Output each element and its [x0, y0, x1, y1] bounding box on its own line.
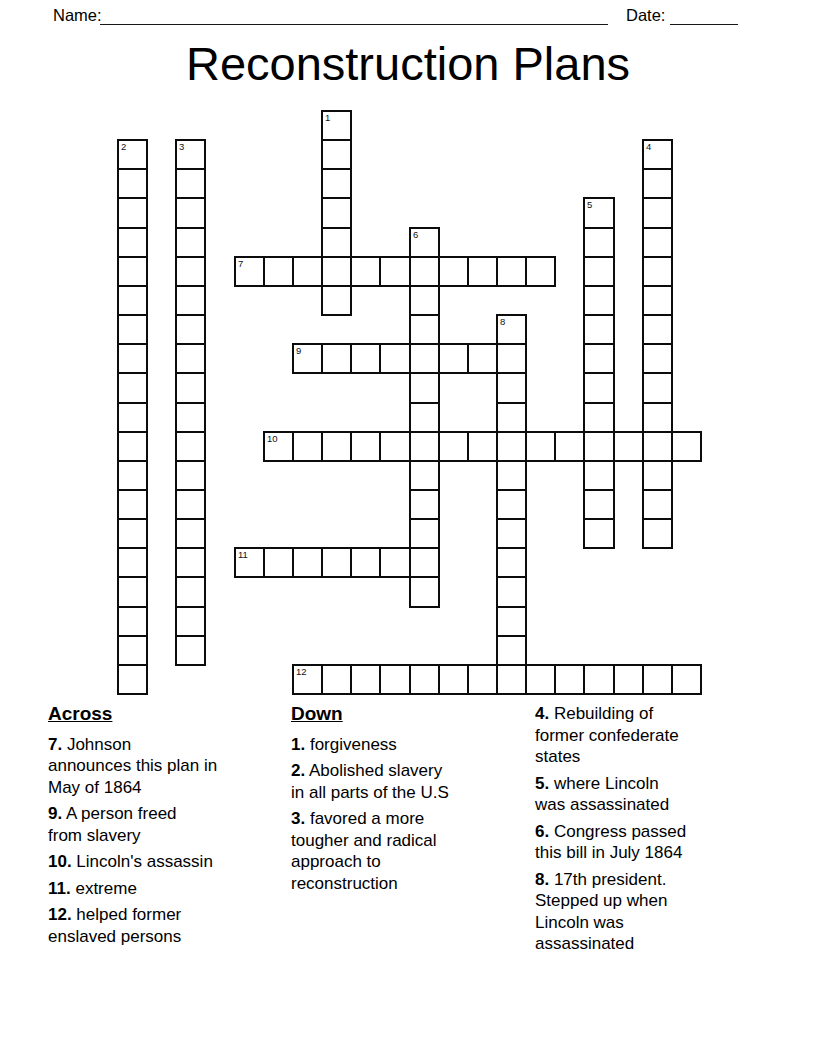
grid-cell[interactable]	[496, 489, 527, 520]
grid-cell[interactable]	[117, 168, 148, 199]
clue-5: 5. where Lincoln was assassinated	[535, 773, 735, 816]
grid-cell[interactable]	[409, 256, 440, 287]
grid-cell[interactable]	[350, 547, 381, 578]
grid-cell[interactable]	[409, 285, 440, 316]
grid-cell[interactable]	[409, 343, 440, 374]
clue-2: 2. Abolished slavery in all parts of the…	[291, 760, 517, 803]
grid-cell[interactable]	[409, 518, 440, 549]
grid-cell[interactable]	[467, 664, 498, 695]
grid-cell[interactable]	[117, 460, 148, 491]
grid-cell[interactable]	[496, 606, 527, 637]
clue-1: 1. forgiveness	[291, 734, 517, 756]
grid-cell[interactable]	[496, 664, 527, 695]
grid-cell[interactable]	[496, 547, 527, 578]
grid-cell[interactable]	[175, 635, 206, 666]
down-clues-column-2: 4. Rebuilding of former confederate stat…	[535, 703, 735, 960]
grid-cell[interactable]	[583, 489, 615, 520]
grid-cell[interactable]	[409, 664, 440, 695]
grid-cell[interactable]	[175, 139, 206, 170]
grid-cell[interactable]	[292, 343, 323, 374]
grid-cell[interactable]	[642, 343, 673, 374]
grid-cell[interactable]	[117, 314, 148, 345]
grid-cell[interactable]	[642, 372, 673, 404]
grid-cell[interactable]	[496, 576, 527, 608]
grid-cell[interactable]	[263, 256, 294, 287]
grid-cell[interactable]	[292, 547, 323, 578]
grid-cell[interactable]	[175, 547, 206, 578]
clue-12: 12. helped former enslaved persons	[48, 904, 268, 947]
grid-cell[interactable]	[409, 314, 440, 345]
clue-3: 3. favored a more tougher and radical ap…	[291, 808, 517, 894]
grid-cell[interactable]	[525, 256, 556, 287]
grid-cell[interactable]	[321, 110, 352, 141]
clue-4: 4. Rebuilding of former confederate stat…	[535, 703, 735, 768]
grid-cell[interactable]	[642, 256, 673, 287]
grid-cell[interactable]	[321, 431, 352, 462]
grid-cell[interactable]	[175, 227, 206, 258]
grid-cell[interactable]	[379, 664, 411, 695]
grid-cell[interactable]	[496, 372, 527, 404]
grid-cell[interactable]	[583, 372, 615, 404]
grid-cell[interactable]	[234, 547, 265, 578]
grid-cell[interactable]	[642, 431, 673, 462]
grid-cell[interactable]	[583, 431, 615, 462]
grid-cell[interactable]	[175, 372, 206, 404]
grid-cell[interactable]	[175, 168, 206, 199]
grid-cell[interactable]	[175, 314, 206, 345]
across-clue-list: 7. Johnson announces this plan in May of…	[48, 734, 268, 948]
grid-cell[interactable]	[117, 664, 148, 695]
grid-cell[interactable]	[350, 343, 381, 374]
grid-cell[interactable]	[496, 460, 527, 491]
grid-cell[interactable]	[583, 227, 615, 258]
grid-cell[interactable]	[438, 343, 469, 374]
grid-cell[interactable]	[642, 197, 673, 229]
grid-cell[interactable]	[496, 256, 527, 287]
down-clues-column: Down 1. forgiveness2. Abolished slavery …	[291, 703, 517, 899]
grid-cell[interactable]	[583, 285, 615, 316]
grid-cell[interactable]	[409, 372, 440, 404]
down-clue-list-2: 4. Rebuilding of former confederate stat…	[535, 703, 735, 955]
clue-6: 6. Congress passed this bill in July 186…	[535, 821, 735, 864]
grid-cell[interactable]	[117, 197, 148, 229]
name-input-line[interactable]	[100, 24, 608, 25]
grid-cell[interactable]	[350, 431, 381, 462]
grid-cell[interactable]	[525, 431, 556, 462]
grid-cell[interactable]	[321, 285, 352, 316]
grid-cell[interactable]	[379, 547, 411, 578]
grid-cell[interactable]	[642, 314, 673, 345]
grid-cell[interactable]	[409, 576, 440, 608]
clue-8: 8. 17th president. Stepped up when Linco…	[535, 869, 735, 955]
grid-cell[interactable]	[409, 547, 440, 578]
grid-cell[interactable]	[642, 402, 673, 433]
grid-cell[interactable]	[117, 139, 148, 170]
grid-cell[interactable]	[379, 431, 411, 462]
grid-cell[interactable]	[642, 460, 673, 491]
grid-cell[interactable]	[350, 256, 381, 287]
grid-cell[interactable]	[292, 664, 323, 695]
grid-cell[interactable]	[350, 664, 381, 695]
grid-cell[interactable]	[321, 547, 352, 578]
grid-cell[interactable]	[321, 343, 352, 374]
grid-cell[interactable]	[321, 197, 352, 229]
grid-cell[interactable]	[642, 168, 673, 199]
grid-cell[interactable]	[525, 664, 556, 695]
grid-cell[interactable]	[438, 664, 469, 695]
grid-cell[interactable]	[438, 431, 469, 462]
grid-cell[interactable]	[175, 606, 206, 637]
grid-cell[interactable]	[175, 576, 206, 608]
grid-cell[interactable]	[554, 431, 585, 462]
grid-cell[interactable]	[117, 372, 148, 404]
grid-cell[interactable]	[467, 343, 498, 374]
grid-cell[interactable]	[117, 256, 148, 287]
grid-cell[interactable]	[175, 197, 206, 229]
date-label: Date:	[626, 6, 665, 25]
grid-cell[interactable]	[496, 431, 527, 462]
grid-cell[interactable]	[117, 431, 148, 462]
grid-cell[interactable]	[175, 489, 206, 520]
clue-7: 7. Johnson announces this plan in May of…	[48, 734, 268, 799]
clue-10: 10. Lincoln's assassin	[48, 851, 268, 873]
grid-cell[interactable]	[409, 402, 440, 433]
grid-cell[interactable]	[379, 343, 411, 374]
across-clues-column: Across 7. Johnson announces this plan in…	[48, 703, 268, 952]
grid-cell[interactable]	[642, 518, 673, 549]
grid-cell[interactable]	[613, 664, 644, 695]
grid-cell[interactable]	[409, 460, 440, 491]
grid-cell[interactable]	[583, 402, 615, 433]
clue-9: 9. A person freed from slavery	[48, 803, 268, 846]
grid-cell[interactable]	[175, 285, 206, 316]
grid-cell[interactable]	[117, 576, 148, 608]
grid-cell[interactable]	[409, 489, 440, 520]
grid-cell[interactable]	[292, 431, 323, 462]
grid-cell[interactable]	[175, 402, 206, 433]
grid-cell[interactable]	[642, 285, 673, 316]
grid-cell[interactable]	[642, 139, 673, 170]
grid-cell[interactable]	[263, 547, 294, 578]
grid-cell[interactable]	[583, 518, 615, 549]
grid-cell[interactable]	[583, 460, 615, 491]
grid-cell[interactable]	[175, 460, 206, 491]
crossword-grid: 123456789101112	[117, 110, 703, 696]
grid-cell[interactable]	[583, 664, 615, 695]
grid-cell[interactable]	[379, 256, 411, 287]
grid-cell[interactable]	[117, 635, 148, 666]
grid-cell[interactable]	[175, 431, 206, 462]
grid-cell[interactable]	[263, 431, 294, 462]
grid-cell[interactable]	[409, 431, 440, 462]
grid-cell[interactable]	[496, 314, 527, 345]
grid-cell[interactable]	[117, 606, 148, 637]
down-heading: Down	[291, 703, 517, 725]
grid-cell[interactable]	[642, 664, 673, 695]
grid-cell[interactable]	[496, 635, 527, 666]
grid-cell[interactable]	[321, 168, 352, 199]
grid-cell[interactable]	[583, 256, 615, 287]
grid-cell[interactable]	[613, 431, 644, 462]
grid-cell[interactable]	[496, 343, 527, 374]
grid-cell[interactable]	[117, 402, 148, 433]
grid-cell[interactable]	[671, 431, 702, 462]
grid-cell[interactable]	[496, 518, 527, 549]
page-title: Reconstruction Plans	[0, 36, 816, 91]
grid-cell[interactable]	[583, 314, 615, 345]
grid-cell[interactable]	[117, 547, 148, 578]
grid-cell[interactable]	[642, 489, 673, 520]
grid-cell[interactable]	[321, 139, 352, 170]
name-label: Name:	[53, 6, 102, 25]
grid-cell[interactable]	[671, 664, 702, 695]
grid-cell[interactable]	[292, 256, 323, 287]
grid-cell[interactable]	[175, 343, 206, 374]
grid-cell[interactable]	[234, 256, 265, 287]
grid-cell[interactable]	[583, 197, 615, 229]
grid-cell[interactable]	[321, 227, 352, 258]
grid-cell[interactable]	[117, 489, 148, 520]
worksheet-page: Name: Date: Reconstruction Plans 1234567…	[0, 0, 816, 1056]
grid-cell[interactable]	[438, 256, 469, 287]
grid-cell[interactable]	[409, 227, 440, 258]
grid-cell[interactable]	[467, 256, 498, 287]
date-input-line[interactable]	[670, 24, 738, 25]
grid-cell[interactable]	[117, 518, 148, 549]
grid-cell[interactable]	[117, 343, 148, 374]
grid-cell[interactable]	[467, 431, 498, 462]
grid-cell[interactable]	[321, 664, 352, 695]
across-heading: Across	[48, 703, 268, 725]
grid-cell[interactable]	[117, 227, 148, 258]
grid-cell[interactable]	[554, 664, 585, 695]
clue-11: 11. extreme	[48, 878, 268, 900]
grid-cell[interactable]	[175, 518, 206, 549]
grid-cell[interactable]	[642, 227, 673, 258]
grid-cell[interactable]	[117, 285, 148, 316]
down-clue-list-1: 1. forgiveness2. Abolished slavery in al…	[291, 734, 517, 895]
grid-cell[interactable]	[321, 256, 352, 287]
grid-cell[interactable]	[496, 402, 527, 433]
grid-cell[interactable]	[175, 256, 206, 287]
grid-cell[interactable]	[583, 343, 615, 374]
